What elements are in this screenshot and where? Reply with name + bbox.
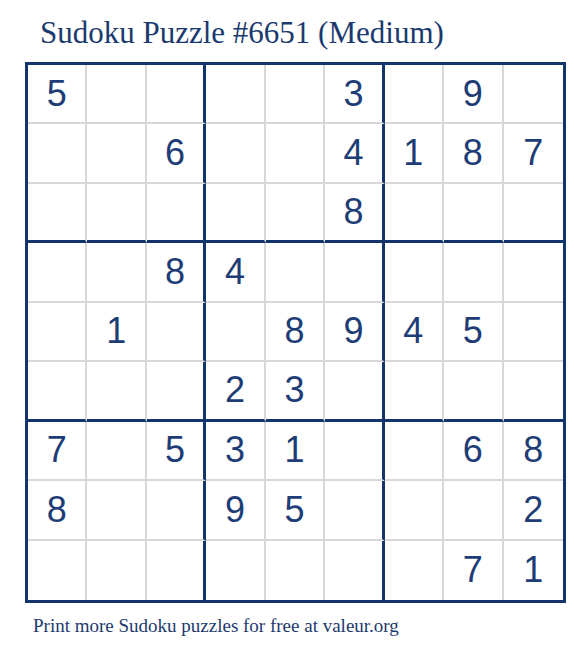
cell-r1c3	[147, 65, 206, 124]
cell-r7c4: 3	[206, 422, 265, 481]
cell-r7c5: 1	[266, 422, 325, 481]
cell-r3c5	[266, 184, 325, 243]
sudoku-page: Sudoku Puzzle #6651 (Medium) 5 3 9 6 4 1…	[0, 0, 574, 651]
cell-r6c3	[147, 362, 206, 421]
cell-r7c6	[325, 422, 384, 481]
cell-r8c8	[444, 481, 503, 540]
cell-r8c5: 5	[266, 481, 325, 540]
cell-r9c7	[385, 541, 444, 600]
cell-r8c1: 8	[28, 481, 87, 540]
cell-r2c1	[28, 124, 87, 183]
cell-r4c3: 8	[147, 243, 206, 302]
cell-r7c1: 7	[28, 422, 87, 481]
cell-r4c6	[325, 243, 384, 302]
page-title: Sudoku Puzzle #6651 (Medium)	[40, 15, 444, 51]
cell-r9c3	[147, 541, 206, 600]
cell-r6c6	[325, 362, 384, 421]
cell-r9c4	[206, 541, 265, 600]
cell-r1c1: 5	[28, 65, 87, 124]
cell-r2c7: 1	[385, 124, 444, 183]
cell-r8c4: 9	[206, 481, 265, 540]
cell-r1c7	[385, 65, 444, 124]
cell-r6c2	[87, 362, 146, 421]
cell-r1c6: 3	[325, 65, 384, 124]
cell-r2c3: 6	[147, 124, 206, 183]
cell-r6c4: 2	[206, 362, 265, 421]
cell-r8c3	[147, 481, 206, 540]
cell-r2c6: 4	[325, 124, 384, 183]
cell-r9c1	[28, 541, 87, 600]
cell-r3c3	[147, 184, 206, 243]
cell-r6c5: 3	[266, 362, 325, 421]
cell-r4c9	[504, 243, 563, 302]
cell-r8c6	[325, 481, 384, 540]
cell-r9c2	[87, 541, 146, 600]
cell-r3c2	[87, 184, 146, 243]
cell-r9c6	[325, 541, 384, 600]
cell-r4c2	[87, 243, 146, 302]
cell-r5c7: 4	[385, 303, 444, 362]
cell-r5c2: 1	[87, 303, 146, 362]
cell-r2c5	[266, 124, 325, 183]
cell-r9c5	[266, 541, 325, 600]
cell-r9c8: 7	[444, 541, 503, 600]
cell-r4c1	[28, 243, 87, 302]
cell-r2c8: 8	[444, 124, 503, 183]
cell-r5c9	[504, 303, 563, 362]
cell-r1c2	[87, 65, 146, 124]
cell-r6c8	[444, 362, 503, 421]
cell-r1c5	[266, 65, 325, 124]
cell-r2c9: 7	[504, 124, 563, 183]
cell-r5c3	[147, 303, 206, 362]
cell-r4c5	[266, 243, 325, 302]
cell-r5c6: 9	[325, 303, 384, 362]
cell-r8c9: 2	[504, 481, 563, 540]
cell-r3c1	[28, 184, 87, 243]
cell-r1c9	[504, 65, 563, 124]
cell-r7c7	[385, 422, 444, 481]
sudoku-board: 5 3 9 6 4 1 8 7 8 8 4	[25, 62, 566, 603]
cell-r3c8	[444, 184, 503, 243]
cell-r7c9: 8	[504, 422, 563, 481]
cell-r7c8: 6	[444, 422, 503, 481]
footer-text: Print more Sudoku puzzles for free at va…	[33, 615, 399, 637]
cell-r3c9	[504, 184, 563, 243]
cell-r3c6: 8	[325, 184, 384, 243]
cell-r2c4	[206, 124, 265, 183]
cell-r8c2	[87, 481, 146, 540]
cell-r5c5: 8	[266, 303, 325, 362]
cell-r3c7	[385, 184, 444, 243]
cell-r5c1	[28, 303, 87, 362]
cell-r5c8: 5	[444, 303, 503, 362]
cell-r9c9: 1	[504, 541, 563, 600]
cell-r1c8: 9	[444, 65, 503, 124]
cell-r6c9	[504, 362, 563, 421]
cell-r6c1	[28, 362, 87, 421]
cell-r1c4	[206, 65, 265, 124]
cell-r7c3: 5	[147, 422, 206, 481]
cell-r4c7	[385, 243, 444, 302]
cell-r2c2	[87, 124, 146, 183]
cell-r7c2	[87, 422, 146, 481]
cell-r5c4	[206, 303, 265, 362]
cell-r6c7	[385, 362, 444, 421]
cell-r3c4	[206, 184, 265, 243]
cell-r8c7	[385, 481, 444, 540]
cell-r4c4: 4	[206, 243, 265, 302]
cell-r4c8	[444, 243, 503, 302]
